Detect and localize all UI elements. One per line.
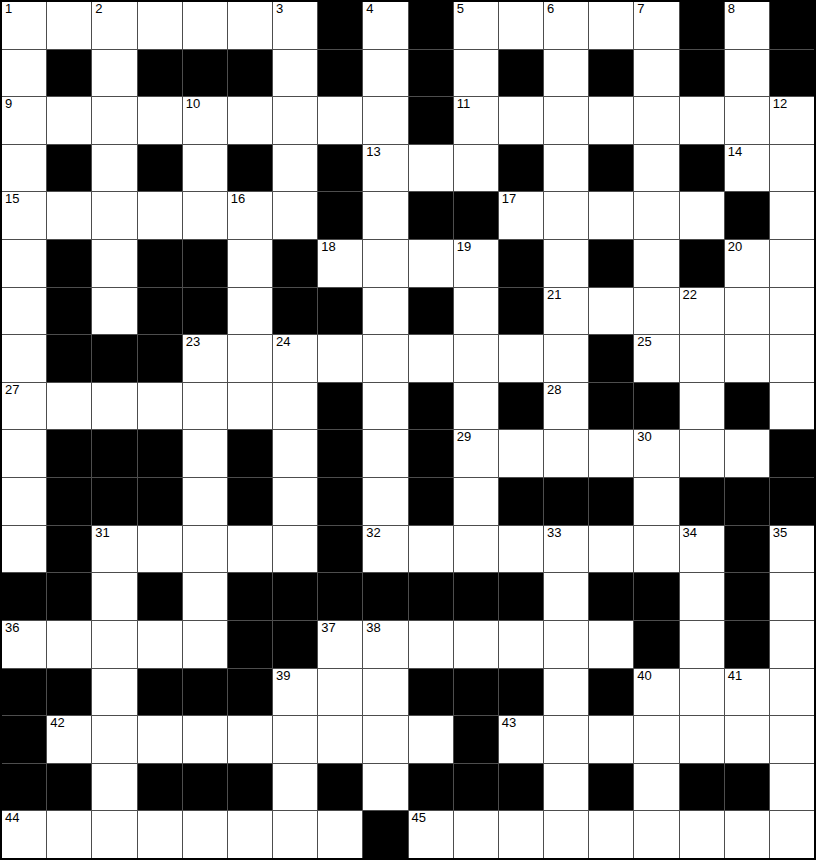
cell[interactable]	[363, 478, 407, 525]
black-cell	[228, 145, 272, 192]
cell[interactable]	[589, 430, 633, 477]
cell[interactable]	[183, 430, 227, 477]
clue-number: 9	[5, 97, 12, 112]
cell[interactable]	[544, 716, 588, 763]
cell[interactable]: 38	[363, 621, 407, 668]
cell[interactable]: 3	[273, 2, 317, 49]
clue-number: 6	[547, 2, 554, 17]
cell[interactable]: 16	[228, 192, 272, 239]
cell[interactable]	[544, 764, 588, 811]
cell[interactable]	[273, 97, 317, 144]
cell[interactable]	[228, 526, 272, 573]
black-cell	[47, 288, 91, 335]
black-cell	[2, 716, 46, 763]
cell[interactable]	[454, 145, 498, 192]
cell[interactable]	[363, 669, 407, 716]
cell[interactable]	[2, 526, 46, 573]
cell[interactable]	[544, 192, 588, 239]
black-cell	[92, 335, 136, 382]
cell[interactable]: 32	[363, 526, 407, 573]
cell[interactable]	[363, 335, 407, 382]
black-cell	[409, 97, 453, 144]
clue-number: 3	[276, 2, 283, 17]
black-cell	[589, 335, 633, 382]
cell[interactable]	[92, 50, 136, 97]
cell[interactable]: 8	[725, 2, 769, 49]
cell[interactable]: 6	[544, 2, 588, 49]
cell[interactable]	[634, 97, 678, 144]
cell[interactable]	[454, 478, 498, 525]
black-cell	[273, 621, 317, 668]
cell[interactable]: 33	[544, 526, 588, 573]
cell[interactable]	[589, 621, 633, 668]
cell[interactable]	[454, 811, 498, 858]
cell[interactable]	[2, 145, 46, 192]
cell[interactable]	[2, 335, 46, 382]
cell[interactable]	[2, 288, 46, 335]
clue-number: 21	[547, 288, 561, 303]
cell[interactable]	[318, 811, 362, 858]
cell[interactable]	[680, 97, 724, 144]
cell[interactable]	[2, 50, 46, 97]
cell[interactable]	[770, 383, 814, 430]
cell[interactable]	[680, 430, 724, 477]
cell[interactable]: 23	[183, 335, 227, 382]
cell[interactable]	[544, 50, 588, 97]
cell[interactable]	[454, 335, 498, 382]
cell[interactable]	[409, 335, 453, 382]
cell[interactable]	[273, 50, 317, 97]
black-cell	[47, 669, 91, 716]
cell[interactable]	[273, 383, 317, 430]
cell[interactable]	[409, 240, 453, 287]
cell[interactable]: 20	[725, 240, 769, 287]
cell[interactable]: 21	[544, 288, 588, 335]
cell[interactable]	[634, 478, 678, 525]
clue-number: 25	[637, 335, 651, 350]
cell[interactable]	[183, 2, 227, 49]
cell[interactable]: 19	[454, 240, 498, 287]
cell[interactable]: 24	[273, 335, 317, 382]
cell[interactable]	[589, 2, 633, 49]
cell[interactable]	[47, 383, 91, 430]
cell[interactable]: 34	[680, 526, 724, 573]
black-cell	[634, 621, 678, 668]
black-cell	[725, 573, 769, 620]
black-cell	[47, 573, 91, 620]
cell[interactable]: 11	[454, 97, 498, 144]
black-cell	[2, 764, 46, 811]
cell[interactable]	[634, 240, 678, 287]
cell[interactable]	[363, 764, 407, 811]
cell[interactable]: 14	[725, 145, 769, 192]
cell[interactable]: 37	[318, 621, 362, 668]
cell[interactable]: 35	[770, 526, 814, 573]
cell[interactable]	[183, 526, 227, 573]
cell[interactable]	[183, 478, 227, 525]
cell[interactable]	[499, 526, 543, 573]
cell[interactable]	[138, 97, 182, 144]
black-cell	[499, 288, 543, 335]
cell[interactable]: 39	[273, 669, 317, 716]
black-cell	[47, 430, 91, 477]
cell[interactable]: 45	[409, 811, 453, 858]
cell[interactable]	[273, 716, 317, 763]
cell[interactable]	[454, 621, 498, 668]
cell[interactable]	[770, 335, 814, 382]
black-cell	[273, 240, 317, 287]
cell[interactable]	[92, 811, 136, 858]
cell[interactable]	[363, 716, 407, 763]
cell[interactable]	[138, 526, 182, 573]
cell[interactable]	[634, 764, 678, 811]
cell[interactable]	[725, 288, 769, 335]
cell[interactable]: 22	[680, 288, 724, 335]
cell[interactable]	[770, 716, 814, 763]
cell[interactable]	[273, 192, 317, 239]
cell[interactable]	[47, 621, 91, 668]
cell[interactable]: 29	[454, 430, 498, 477]
cell[interactable]	[318, 97, 362, 144]
black-cell	[318, 2, 362, 49]
cell[interactable]	[680, 573, 724, 620]
cell[interactable]	[47, 2, 91, 49]
cell[interactable]	[2, 240, 46, 287]
cell[interactable]	[47, 97, 91, 144]
cell[interactable]	[454, 288, 498, 335]
black-cell	[454, 192, 498, 239]
black-cell	[680, 764, 724, 811]
cell[interactable]	[725, 430, 769, 477]
cell[interactable]	[770, 811, 814, 858]
cell[interactable]	[454, 526, 498, 573]
cell[interactable]	[2, 478, 46, 525]
cell[interactable]	[409, 716, 453, 763]
cell[interactable]	[92, 716, 136, 763]
clue-number: 41	[728, 669, 742, 684]
black-cell	[183, 288, 227, 335]
black-cell	[409, 50, 453, 97]
cell[interactable]	[138, 2, 182, 49]
cell[interactable]	[499, 2, 543, 49]
black-cell	[273, 288, 317, 335]
cell[interactable]	[589, 97, 633, 144]
clue-number: 20	[728, 240, 742, 255]
cell[interactable]	[92, 621, 136, 668]
cell[interactable]	[363, 288, 407, 335]
cell[interactable]: 1	[2, 2, 46, 49]
black-cell	[318, 430, 362, 477]
black-cell	[770, 478, 814, 525]
cell[interactable]	[544, 335, 588, 382]
black-cell	[499, 764, 543, 811]
cell[interactable]	[92, 383, 136, 430]
cell[interactable]	[183, 716, 227, 763]
clue-number: 36	[5, 621, 19, 636]
cell[interactable]: 40	[634, 669, 678, 716]
cell[interactable]	[363, 383, 407, 430]
cell[interactable]	[228, 383, 272, 430]
cell[interactable]	[634, 288, 678, 335]
cell[interactable]	[138, 383, 182, 430]
black-cell	[138, 145, 182, 192]
cell[interactable]	[634, 192, 678, 239]
cell[interactable]	[138, 716, 182, 763]
cell[interactable]	[183, 621, 227, 668]
cell[interactable]	[634, 50, 678, 97]
cell[interactable]	[2, 430, 46, 477]
cell[interactable]	[770, 145, 814, 192]
clue-number: 45	[412, 811, 426, 826]
cell[interactable]	[92, 573, 136, 620]
clue-number: 16	[231, 192, 245, 207]
black-cell	[725, 526, 769, 573]
clue-number: 33	[547, 526, 561, 541]
cell[interactable]: 2	[92, 2, 136, 49]
cell[interactable]	[499, 430, 543, 477]
clue-number: 8	[728, 2, 735, 17]
cell[interactable]	[273, 811, 317, 858]
cell[interactable]: 13	[363, 145, 407, 192]
black-cell	[363, 811, 407, 858]
cell[interactable]	[92, 240, 136, 287]
cell[interactable]	[634, 526, 678, 573]
cell[interactable]	[499, 621, 543, 668]
cell[interactable]: 28	[544, 383, 588, 430]
cell[interactable]	[92, 97, 136, 144]
cell[interactable]	[544, 811, 588, 858]
cell[interactable]	[770, 192, 814, 239]
cell[interactable]: 44	[2, 811, 46, 858]
cell[interactable]	[409, 145, 453, 192]
cell[interactable]	[499, 97, 543, 144]
cell[interactable]	[92, 669, 136, 716]
cell[interactable]	[544, 145, 588, 192]
black-cell	[499, 50, 543, 97]
cell[interactable]: 7	[634, 2, 678, 49]
cell[interactable]	[589, 811, 633, 858]
cell[interactable]	[92, 145, 136, 192]
cell[interactable]: 36	[2, 621, 46, 668]
cell[interactable]	[680, 192, 724, 239]
cell[interactable]	[589, 716, 633, 763]
black-cell	[544, 478, 588, 525]
cell[interactable]	[318, 716, 362, 763]
cell[interactable]: 42	[47, 716, 91, 763]
cell[interactable]	[228, 716, 272, 763]
cell[interactable]	[589, 192, 633, 239]
cell[interactable]	[92, 288, 136, 335]
black-cell	[725, 478, 769, 525]
cell[interactable]	[228, 811, 272, 858]
cell[interactable]	[363, 50, 407, 97]
cell[interactable]	[138, 621, 182, 668]
cell[interactable]	[680, 811, 724, 858]
cell[interactable]	[589, 288, 633, 335]
black-cell	[363, 573, 407, 620]
cell[interactable]	[363, 192, 407, 239]
clue-number: 5	[457, 2, 464, 17]
clue-number: 14	[728, 145, 742, 160]
black-cell	[47, 50, 91, 97]
cell[interactable]	[634, 716, 678, 763]
black-cell	[318, 764, 362, 811]
cell[interactable]	[228, 288, 272, 335]
cell[interactable]	[228, 335, 272, 382]
cell[interactable]: 10	[183, 97, 227, 144]
cell[interactable]	[183, 573, 227, 620]
cell[interactable]	[725, 335, 769, 382]
clue-number: 34	[683, 526, 697, 541]
black-cell	[589, 478, 633, 525]
cell[interactable]	[273, 430, 317, 477]
cell[interactable]	[770, 240, 814, 287]
cell[interactable]: 30	[634, 430, 678, 477]
cell[interactable]	[680, 621, 724, 668]
cell[interactable]	[273, 764, 317, 811]
cell[interactable]: 5	[454, 2, 498, 49]
black-cell	[318, 288, 362, 335]
black-cell	[92, 478, 136, 525]
cell[interactable]	[92, 764, 136, 811]
cell[interactable]	[183, 192, 227, 239]
cell[interactable]: 43	[499, 716, 543, 763]
clue-number: 29	[457, 430, 471, 445]
black-cell	[725, 192, 769, 239]
black-cell	[138, 764, 182, 811]
black-cell	[725, 621, 769, 668]
clue-number: 19	[457, 240, 471, 255]
cell[interactable]	[183, 811, 227, 858]
clue-number: 13	[366, 145, 380, 160]
black-cell	[499, 240, 543, 287]
cell[interactable]	[725, 50, 769, 97]
cell[interactable]	[634, 811, 678, 858]
cell[interactable]	[409, 526, 453, 573]
cell[interactable]: 17	[499, 192, 543, 239]
cell[interactable]: 4	[363, 2, 407, 49]
cell[interactable]	[183, 145, 227, 192]
black-cell	[47, 764, 91, 811]
cell[interactable]	[680, 335, 724, 382]
black-cell	[499, 478, 543, 525]
black-cell	[409, 192, 453, 239]
cell[interactable]	[318, 669, 362, 716]
black-cell	[454, 716, 498, 763]
cell[interactable]	[680, 716, 724, 763]
black-cell	[318, 145, 362, 192]
cell[interactable]	[544, 669, 588, 716]
black-cell	[228, 430, 272, 477]
black-cell	[138, 478, 182, 525]
cell[interactable]	[273, 526, 317, 573]
cell[interactable]	[409, 621, 453, 668]
cell[interactable]	[544, 430, 588, 477]
cell[interactable]: 15	[2, 192, 46, 239]
cell[interactable]	[363, 430, 407, 477]
cell[interactable]	[318, 335, 362, 382]
clue-number: 11	[457, 97, 471, 112]
clue-number: 42	[50, 716, 64, 731]
black-cell	[138, 335, 182, 382]
cell[interactable]	[770, 764, 814, 811]
cell[interactable]: 12	[770, 97, 814, 144]
cell[interactable]	[770, 573, 814, 620]
cell[interactable]	[228, 97, 272, 144]
cell[interactable]	[273, 478, 317, 525]
cell[interactable]	[228, 240, 272, 287]
cell[interactable]: 41	[725, 669, 769, 716]
cell[interactable]	[770, 621, 814, 668]
black-cell	[183, 240, 227, 287]
cell[interactable]	[544, 240, 588, 287]
cell[interactable]	[47, 192, 91, 239]
black-cell	[454, 573, 498, 620]
cell[interactable]	[92, 192, 136, 239]
cell[interactable]	[634, 145, 678, 192]
cell[interactable]	[499, 335, 543, 382]
black-cell	[138, 288, 182, 335]
cell[interactable]	[589, 526, 633, 573]
cell[interactable]	[725, 716, 769, 763]
clue-number: 18	[321, 240, 335, 255]
cell[interactable]	[725, 811, 769, 858]
black-cell	[318, 383, 362, 430]
cell[interactable]	[138, 192, 182, 239]
black-cell	[409, 288, 453, 335]
cell[interactable]	[544, 97, 588, 144]
cell[interactable]: 25	[634, 335, 678, 382]
clue-number: 28	[547, 383, 561, 398]
cell[interactable]	[544, 573, 588, 620]
black-cell	[589, 669, 633, 716]
cell[interactable]	[273, 145, 317, 192]
cell[interactable]	[363, 240, 407, 287]
black-cell	[499, 145, 543, 192]
cell[interactable]	[228, 2, 272, 49]
cell[interactable]	[770, 669, 814, 716]
cell[interactable]: 27	[2, 383, 46, 430]
cell[interactable]	[454, 383, 498, 430]
clue-number: 38	[366, 621, 380, 636]
cell[interactable]	[183, 383, 227, 430]
cell[interactable]: 31	[92, 526, 136, 573]
cell[interactable]	[47, 811, 91, 858]
cell[interactable]	[725, 97, 769, 144]
black-cell	[680, 478, 724, 525]
black-cell	[770, 50, 814, 97]
cell[interactable]	[544, 621, 588, 668]
black-cell	[680, 50, 724, 97]
black-cell	[589, 240, 633, 287]
black-cell	[680, 240, 724, 287]
clue-number: 24	[276, 335, 290, 350]
black-cell	[409, 478, 453, 525]
black-cell	[680, 145, 724, 192]
cell[interactable]: 9	[2, 97, 46, 144]
cell[interactable]	[680, 669, 724, 716]
cell[interactable]	[770, 288, 814, 335]
black-cell	[589, 50, 633, 97]
cell[interactable]: 18	[318, 240, 362, 287]
cell[interactable]	[680, 383, 724, 430]
cell[interactable]	[363, 97, 407, 144]
cell[interactable]	[454, 50, 498, 97]
black-cell	[318, 50, 362, 97]
black-cell	[183, 764, 227, 811]
cell[interactable]	[138, 811, 182, 858]
cell[interactable]	[499, 811, 543, 858]
